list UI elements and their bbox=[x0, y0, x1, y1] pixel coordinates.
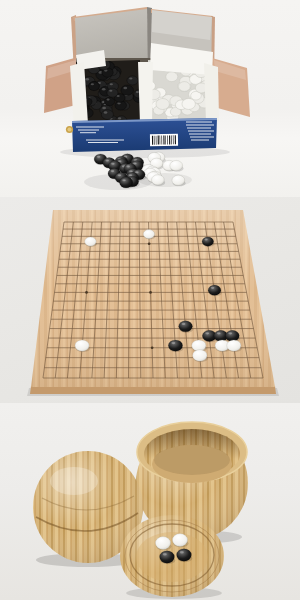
label-text-line bbox=[191, 140, 209, 141]
stone-bowls-scene bbox=[0, 403, 300, 600]
label-text-line bbox=[78, 130, 99, 131]
photo-stone-box bbox=[0, 0, 300, 197]
label-text-line bbox=[187, 128, 211, 129]
label-text-line bbox=[186, 122, 212, 123]
label-text-line bbox=[86, 140, 124, 141]
board-side-face bbox=[30, 386, 276, 394]
box-front-label bbox=[66, 118, 217, 152]
label-text-line bbox=[88, 142, 118, 143]
white-stone bbox=[170, 160, 184, 171]
label-text-line bbox=[190, 137, 214, 138]
label-text-line bbox=[189, 134, 211, 135]
photo-go-board bbox=[0, 197, 300, 403]
star-point bbox=[85, 291, 88, 294]
label-text-line bbox=[188, 131, 214, 132]
stone-box-scene bbox=[0, 0, 300, 197]
star-point bbox=[148, 242, 151, 245]
go-set-photo-collage bbox=[0, 0, 300, 600]
go-board-scene bbox=[0, 197, 300, 403]
label-text-line bbox=[186, 125, 214, 126]
star-point bbox=[151, 346, 154, 349]
star-point bbox=[149, 291, 152, 294]
photo-stone-bowls bbox=[0, 403, 300, 600]
label-text-line bbox=[80, 132, 96, 133]
label-text-line bbox=[76, 127, 104, 128]
lid-dish bbox=[120, 515, 224, 599]
